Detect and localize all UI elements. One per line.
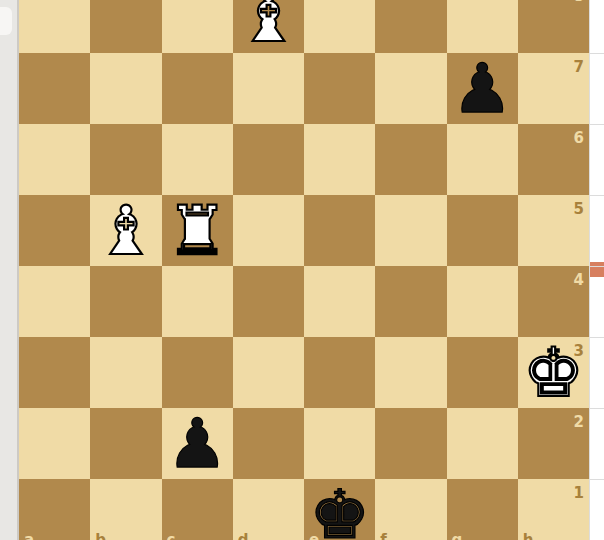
rank-label-4: 4: [574, 273, 584, 288]
square-b2[interactable]: [90, 408, 161, 479]
file-label-g: g: [452, 533, 463, 540]
black-pawn-g7[interactable]: ♟: [447, 53, 518, 124]
file-label-f: f: [380, 533, 387, 540]
square-h3[interactable]: 3♚: [518, 337, 589, 408]
eval-gauge-tick: [590, 124, 604, 125]
rank-label-5: 5: [574, 202, 584, 217]
square-c1[interactable]: c: [162, 479, 233, 540]
square-c8[interactable]: [162, 0, 233, 53]
square-d1[interactable]: d: [233, 479, 304, 540]
square-a1[interactable]: a: [19, 479, 90, 540]
eval-gauge-tick: [590, 408, 604, 409]
square-c5[interactable]: ♜: [162, 195, 233, 266]
square-c6[interactable]: [162, 124, 233, 195]
square-h4[interactable]: 4: [518, 266, 589, 337]
square-d8[interactable]: ♝: [233, 0, 304, 53]
black-king-e1[interactable]: ♚: [304, 479, 375, 540]
square-c4[interactable]: [162, 266, 233, 337]
square-f3[interactable]: [375, 337, 446, 408]
square-g6[interactable]: [447, 124, 518, 195]
square-d3[interactable]: [233, 337, 304, 408]
rank-label-2: 2: [574, 415, 584, 430]
square-e1[interactable]: e♚: [304, 479, 375, 540]
square-b3[interactable]: [90, 337, 161, 408]
eval-gauge-tick: [590, 53, 604, 54]
white-king-h3[interactable]: ♚: [518, 337, 589, 408]
square-f2[interactable]: [375, 408, 446, 479]
square-f5[interactable]: [375, 195, 446, 266]
eval-gauge: [589, 0, 604, 540]
black-pawn-c2[interactable]: ♟: [162, 408, 233, 479]
eval-gauge-tick: [590, 337, 604, 338]
file-label-b: b: [95, 533, 106, 540]
square-h8[interactable]: 8: [518, 0, 589, 53]
square-h5[interactable]: 5: [518, 195, 589, 266]
white-rook-c5[interactable]: ♜: [162, 195, 233, 266]
square-d5[interactable]: [233, 195, 304, 266]
square-a5[interactable]: [19, 195, 90, 266]
square-f8[interactable]: [375, 0, 446, 53]
square-c3[interactable]: [162, 337, 233, 408]
square-g7[interactable]: ♟: [447, 53, 518, 124]
square-a6[interactable]: [19, 124, 90, 195]
square-d4[interactable]: [233, 266, 304, 337]
square-d6[interactable]: [233, 124, 304, 195]
square-d2[interactable]: [233, 408, 304, 479]
square-f6[interactable]: [375, 124, 446, 195]
square-a2[interactable]: [19, 408, 90, 479]
square-e5[interactable]: [304, 195, 375, 266]
square-b8[interactable]: [90, 0, 161, 53]
square-e4[interactable]: [304, 266, 375, 337]
rank-label-7: 7: [574, 60, 584, 75]
eval-gauge-tick: [590, 266, 604, 267]
square-g2[interactable]: [447, 408, 518, 479]
square-e6[interactable]: [304, 124, 375, 195]
eval-gauge-zero-marker: [590, 262, 604, 277]
panel-corner: [0, 7, 12, 35]
file-label-a: a: [24, 533, 34, 540]
file-label-c: c: [167, 533, 176, 540]
eval-gauge-tick: [590, 195, 604, 196]
square-g5[interactable]: [447, 195, 518, 266]
square-b6[interactable]: [90, 124, 161, 195]
square-e7[interactable]: [304, 53, 375, 124]
square-d7[interactable]: [233, 53, 304, 124]
rank-label-8: 8: [574, 0, 584, 4]
app-window: ♝8♟76♝♜543♚♟2abcde♚fg1h: [0, 0, 604, 540]
square-g3[interactable]: [447, 337, 518, 408]
eval-gauge-tick: [590, 479, 604, 480]
square-c2[interactable]: ♟: [162, 408, 233, 479]
square-h2[interactable]: 2: [518, 408, 589, 479]
square-g4[interactable]: [447, 266, 518, 337]
square-g8[interactable]: [447, 0, 518, 53]
white-bishop-b5[interactable]: ♝: [90, 195, 161, 266]
file-label-h: h: [523, 533, 534, 540]
square-e2[interactable]: [304, 408, 375, 479]
square-a8[interactable]: [19, 0, 90, 53]
square-b4[interactable]: [90, 266, 161, 337]
square-a7[interactable]: [19, 53, 90, 124]
square-e8[interactable]: [304, 0, 375, 53]
square-f4[interactable]: [375, 266, 446, 337]
square-b5[interactable]: ♝: [90, 195, 161, 266]
square-f1[interactable]: f: [375, 479, 446, 540]
square-f7[interactable]: [375, 53, 446, 124]
square-a3[interactable]: [19, 337, 90, 408]
square-e3[interactable]: [304, 337, 375, 408]
square-g1[interactable]: g: [447, 479, 518, 540]
square-b7[interactable]: [90, 53, 161, 124]
square-h6[interactable]: 6: [518, 124, 589, 195]
rank-label-1: 1: [574, 486, 584, 501]
left-panel-edge: [0, 0, 19, 540]
file-label-d: d: [238, 533, 249, 540]
square-b1[interactable]: b: [90, 479, 161, 540]
chess-board[interactable]: ♝8♟76♝♜543♚♟2abcde♚fg1h: [19, 0, 589, 540]
square-c7[interactable]: [162, 53, 233, 124]
square-h1[interactable]: 1h: [518, 479, 589, 540]
rank-label-6: 6: [574, 131, 584, 146]
square-a4[interactable]: [19, 266, 90, 337]
square-h7[interactable]: 7: [518, 53, 589, 124]
white-bishop-d8[interactable]: ♝: [233, 0, 304, 53]
